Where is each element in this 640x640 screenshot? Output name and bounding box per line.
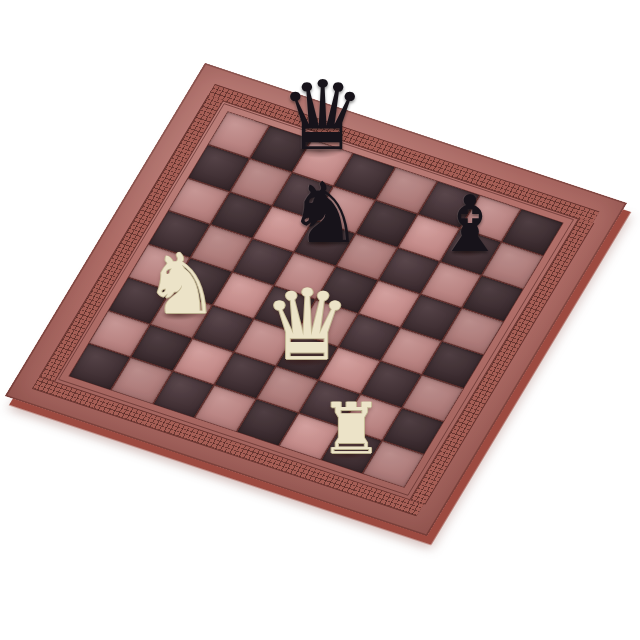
white-rook: ♜ [320,393,383,463]
white-queen: ♛ [263,276,351,374]
white-knight: ♞ [144,242,219,326]
black-queen: ♛ [280,69,366,165]
black-bishop: ♝ [435,185,505,263]
product-photo-stage: ♛♝♞♞♛♜ [0,0,640,640]
black-knight: ♞ [287,171,362,255]
